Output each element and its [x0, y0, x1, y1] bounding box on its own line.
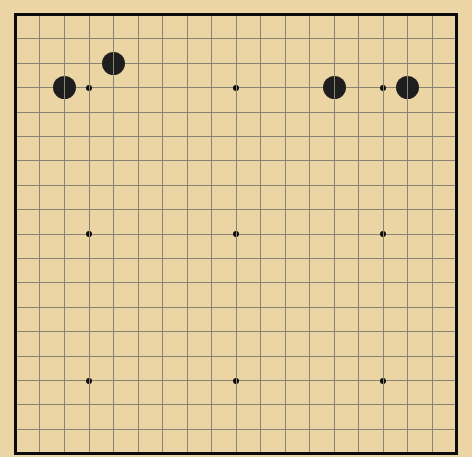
intersection-G3[interactable] — [150, 393, 175, 417]
intersection-K2[interactable] — [224, 417, 249, 441]
intersection-E16[interactable] — [101, 76, 126, 100]
intersection-N2[interactable] — [297, 417, 322, 441]
intersection-S9[interactable] — [420, 246, 445, 270]
intersection-B1[interactable] — [28, 442, 53, 457]
intersection-N7[interactable] — [297, 295, 322, 319]
intersection-M5[interactable] — [273, 344, 298, 368]
intersection-G14[interactable] — [150, 124, 175, 148]
intersection-D1[interactable] — [77, 442, 102, 457]
intersection-D4[interactable] — [77, 368, 102, 392]
intersection-L4[interactable] — [248, 368, 273, 392]
intersection-J2[interactable] — [199, 417, 224, 441]
intersection-O8[interactable] — [322, 271, 347, 295]
intersection-L1[interactable] — [248, 442, 273, 457]
intersection-G15[interactable] — [150, 100, 175, 124]
intersection-A17[interactable] — [3, 51, 28, 75]
intersection-M3[interactable] — [273, 393, 298, 417]
intersection-C4[interactable] — [52, 368, 77, 392]
intersection-N19[interactable] — [297, 2, 322, 26]
intersection-N12[interactable] — [297, 173, 322, 197]
intersection-M10[interactable] — [273, 222, 298, 246]
intersection-L10[interactable] — [248, 222, 273, 246]
intersection-A9[interactable] — [3, 246, 28, 270]
intersection-H15[interactable] — [175, 100, 200, 124]
intersection-L8[interactable] — [248, 271, 273, 295]
intersection-D3[interactable] — [77, 393, 102, 417]
intersection-B13[interactable] — [28, 149, 53, 173]
intersection-A18[interactable] — [3, 27, 28, 51]
intersection-K19[interactable] — [224, 2, 249, 26]
intersection-P8[interactable] — [346, 271, 371, 295]
intersection-B14[interactable] — [28, 124, 53, 148]
intersection-C3[interactable] — [52, 393, 77, 417]
intersection-N9[interactable] — [297, 246, 322, 270]
intersection-T15[interactable] — [445, 100, 470, 124]
intersection-E8[interactable] — [101, 271, 126, 295]
intersection-H17[interactable] — [175, 51, 200, 75]
intersection-S14[interactable] — [420, 124, 445, 148]
intersection-D2[interactable] — [77, 417, 102, 441]
intersection-O14[interactable] — [322, 124, 347, 148]
intersection-T6[interactable] — [445, 320, 470, 344]
intersection-A11[interactable] — [3, 198, 28, 222]
intersection-P16[interactable] — [346, 76, 371, 100]
intersection-H18[interactable] — [175, 27, 200, 51]
intersection-P6[interactable] — [346, 320, 371, 344]
intersection-Q8[interactable] — [371, 271, 396, 295]
intersection-C11[interactable] — [52, 198, 77, 222]
intersection-G8[interactable] — [150, 271, 175, 295]
intersection-D10[interactable] — [77, 222, 102, 246]
intersection-A6[interactable] — [3, 320, 28, 344]
intersection-R11[interactable] — [396, 198, 421, 222]
intersection-E6[interactable] — [101, 320, 126, 344]
intersection-B10[interactable] — [28, 222, 53, 246]
intersection-N13[interactable] — [297, 149, 322, 173]
intersection-R3[interactable] — [396, 393, 421, 417]
intersection-A14[interactable] — [3, 124, 28, 148]
intersection-O6[interactable] — [322, 320, 347, 344]
intersection-B3[interactable] — [28, 393, 53, 417]
intersection-L18[interactable] — [248, 27, 273, 51]
intersection-D8[interactable] — [77, 271, 102, 295]
intersection-G16[interactable] — [150, 76, 175, 100]
intersection-D14[interactable] — [77, 124, 102, 148]
intersection-E7[interactable] — [101, 295, 126, 319]
intersection-R4[interactable] — [396, 368, 421, 392]
intersection-R17[interactable] — [396, 51, 421, 75]
intersection-G5[interactable] — [150, 344, 175, 368]
intersection-T7[interactable] — [445, 295, 470, 319]
intersection-H7[interactable] — [175, 295, 200, 319]
intersection-S8[interactable] — [420, 271, 445, 295]
intersection-G9[interactable] — [150, 246, 175, 270]
intersection-C19[interactable] — [52, 2, 77, 26]
intersection-J10[interactable] — [199, 222, 224, 246]
intersection-K11[interactable] — [224, 198, 249, 222]
intersection-R6[interactable] — [396, 320, 421, 344]
intersection-P14[interactable] — [346, 124, 371, 148]
intersection-C9[interactable] — [52, 246, 77, 270]
intersection-F12[interactable] — [126, 173, 151, 197]
intersection-C1[interactable] — [52, 442, 77, 457]
intersection-H14[interactable] — [175, 124, 200, 148]
intersection-A15[interactable] — [3, 100, 28, 124]
intersection-K18[interactable] — [224, 27, 249, 51]
intersection-R2[interactable] — [396, 417, 421, 441]
intersection-Q11[interactable] — [371, 198, 396, 222]
intersection-K10[interactable] — [224, 222, 249, 246]
intersection-B2[interactable] — [28, 417, 53, 441]
intersection-K8[interactable] — [224, 271, 249, 295]
intersection-T13[interactable] — [445, 149, 470, 173]
intersection-J8[interactable] — [199, 271, 224, 295]
intersection-J9[interactable] — [199, 246, 224, 270]
intersection-A8[interactable] — [3, 271, 28, 295]
intersection-B16[interactable] — [28, 76, 53, 100]
intersection-D19[interactable] — [77, 2, 102, 26]
intersection-M2[interactable] — [273, 417, 298, 441]
intersection-F18[interactable] — [126, 27, 151, 51]
intersection-R5[interactable] — [396, 344, 421, 368]
intersection-Q15[interactable] — [371, 100, 396, 124]
intersection-G18[interactable] — [150, 27, 175, 51]
intersection-G6[interactable] — [150, 320, 175, 344]
intersection-G13[interactable] — [150, 149, 175, 173]
intersection-T3[interactable] — [445, 393, 470, 417]
intersection-Q13[interactable] — [371, 149, 396, 173]
intersection-B5[interactable] — [28, 344, 53, 368]
intersection-M15[interactable] — [273, 100, 298, 124]
intersection-A4[interactable] — [3, 368, 28, 392]
intersection-N4[interactable] — [297, 368, 322, 392]
intersection-J16[interactable] — [199, 76, 224, 100]
intersection-G12[interactable] — [150, 173, 175, 197]
intersection-P2[interactable] — [346, 417, 371, 441]
intersection-H19[interactable] — [175, 2, 200, 26]
intersection-C2[interactable] — [52, 417, 77, 441]
intersection-F9[interactable] — [126, 246, 151, 270]
intersection-F2[interactable] — [126, 417, 151, 441]
intersection-R19[interactable] — [396, 2, 421, 26]
intersection-K5[interactable] — [224, 344, 249, 368]
intersection-J17[interactable] — [199, 51, 224, 75]
intersection-K9[interactable] — [224, 246, 249, 270]
intersection-B17[interactable] — [28, 51, 53, 75]
intersection-E3[interactable] — [101, 393, 126, 417]
intersection-G19[interactable] — [150, 2, 175, 26]
intersection-D11[interactable] — [77, 198, 102, 222]
intersection-H6[interactable] — [175, 320, 200, 344]
intersection-Q16[interactable] — [371, 76, 396, 100]
intersection-J5[interactable] — [199, 344, 224, 368]
intersection-D9[interactable] — [77, 246, 102, 270]
intersection-F11[interactable] — [126, 198, 151, 222]
intersection-Q12[interactable] — [371, 173, 396, 197]
intersection-L5[interactable] — [248, 344, 273, 368]
intersection-T2[interactable] — [445, 417, 470, 441]
intersection-E12[interactable] — [101, 173, 126, 197]
intersection-T8[interactable] — [445, 271, 470, 295]
intersection-F1[interactable] — [126, 442, 151, 457]
intersection-O1[interactable] — [322, 442, 347, 457]
intersection-S19[interactable] — [420, 2, 445, 26]
intersection-P7[interactable] — [346, 295, 371, 319]
intersection-E1[interactable] — [101, 442, 126, 457]
intersection-C12[interactable] — [52, 173, 77, 197]
intersection-J14[interactable] — [199, 124, 224, 148]
intersection-S11[interactable] — [420, 198, 445, 222]
intersection-E5[interactable] — [101, 344, 126, 368]
intersection-J12[interactable] — [199, 173, 224, 197]
intersection-N6[interactable] — [297, 320, 322, 344]
intersection-P15[interactable] — [346, 100, 371, 124]
intersection-C17[interactable] — [52, 51, 77, 75]
intersection-N15[interactable] — [297, 100, 322, 124]
intersection-M7[interactable] — [273, 295, 298, 319]
intersection-E18[interactable] — [101, 27, 126, 51]
intersection-M6[interactable] — [273, 320, 298, 344]
intersection-T12[interactable] — [445, 173, 470, 197]
intersection-M14[interactable] — [273, 124, 298, 148]
intersection-M19[interactable] — [273, 2, 298, 26]
intersection-O15[interactable] — [322, 100, 347, 124]
intersection-P11[interactable] — [346, 198, 371, 222]
intersection-R9[interactable] — [396, 246, 421, 270]
intersection-R1[interactable] — [396, 442, 421, 457]
intersection-B7[interactable] — [28, 295, 53, 319]
intersection-P12[interactable] — [346, 173, 371, 197]
intersection-M13[interactable] — [273, 149, 298, 173]
intersection-M11[interactable] — [273, 198, 298, 222]
intersection-B4[interactable] — [28, 368, 53, 392]
intersection-M1[interactable] — [273, 442, 298, 457]
intersection-L15[interactable] — [248, 100, 273, 124]
intersection-O19[interactable] — [322, 2, 347, 26]
intersection-H11[interactable] — [175, 198, 200, 222]
intersection-F19[interactable] — [126, 2, 151, 26]
intersection-K12[interactable] — [224, 173, 249, 197]
intersection-E4[interactable] — [101, 368, 126, 392]
intersection-A7[interactable] — [3, 295, 28, 319]
intersection-T14[interactable] — [445, 124, 470, 148]
intersection-T18[interactable] — [445, 27, 470, 51]
intersection-G11[interactable] — [150, 198, 175, 222]
intersection-Q3[interactable] — [371, 393, 396, 417]
intersection-K17[interactable] — [224, 51, 249, 75]
intersection-S12[interactable] — [420, 173, 445, 197]
intersection-O18[interactable] — [322, 27, 347, 51]
intersection-G7[interactable] — [150, 295, 175, 319]
intersection-O4[interactable] — [322, 368, 347, 392]
intersection-J6[interactable] — [199, 320, 224, 344]
intersection-G1[interactable] — [150, 442, 175, 457]
intersection-P4[interactable] — [346, 368, 371, 392]
intersection-K4[interactable] — [224, 368, 249, 392]
intersection-F5[interactable] — [126, 344, 151, 368]
intersection-M16[interactable] — [273, 76, 298, 100]
intersection-P13[interactable] — [346, 149, 371, 173]
intersection-G17[interactable] — [150, 51, 175, 75]
intersection-E9[interactable] — [101, 246, 126, 270]
intersection-H2[interactable] — [175, 417, 200, 441]
intersection-C16[interactable] — [52, 76, 77, 100]
intersection-C8[interactable] — [52, 271, 77, 295]
intersection-N17[interactable] — [297, 51, 322, 75]
intersection-H4[interactable] — [175, 368, 200, 392]
intersection-H9[interactable] — [175, 246, 200, 270]
intersection-F14[interactable] — [126, 124, 151, 148]
intersection-S1[interactable] — [420, 442, 445, 457]
intersection-T10[interactable] — [445, 222, 470, 246]
intersection-K14[interactable] — [224, 124, 249, 148]
intersection-B9[interactable] — [28, 246, 53, 270]
intersection-A3[interactable] — [3, 393, 28, 417]
intersection-M4[interactable] — [273, 368, 298, 392]
intersection-B19[interactable] — [28, 2, 53, 26]
intersection-H13[interactable] — [175, 149, 200, 173]
intersection-A19[interactable] — [3, 2, 28, 26]
intersection-J13[interactable] — [199, 149, 224, 173]
intersection-K1[interactable] — [224, 442, 249, 457]
intersection-A5[interactable] — [3, 344, 28, 368]
intersection-L12[interactable] — [248, 173, 273, 197]
intersection-E19[interactable] — [101, 2, 126, 26]
intersection-P1[interactable] — [346, 442, 371, 457]
intersection-T4[interactable] — [445, 368, 470, 392]
intersection-M9[interactable] — [273, 246, 298, 270]
intersection-T9[interactable] — [445, 246, 470, 270]
intersection-Q14[interactable] — [371, 124, 396, 148]
intersection-M12[interactable] — [273, 173, 298, 197]
intersection-J18[interactable] — [199, 27, 224, 51]
intersection-F8[interactable] — [126, 271, 151, 295]
intersection-L11[interactable] — [248, 198, 273, 222]
intersection-J15[interactable] — [199, 100, 224, 124]
intersection-E11[interactable] — [101, 198, 126, 222]
intersection-S10[interactable] — [420, 222, 445, 246]
intersection-R15[interactable] — [396, 100, 421, 124]
intersection-N8[interactable] — [297, 271, 322, 295]
intersection-Q18[interactable] — [371, 27, 396, 51]
intersection-P9[interactable] — [346, 246, 371, 270]
intersection-J3[interactable] — [199, 393, 224, 417]
intersection-D7[interactable] — [77, 295, 102, 319]
intersection-D16[interactable] — [77, 76, 102, 100]
intersection-R13[interactable] — [396, 149, 421, 173]
intersection-P3[interactable] — [346, 393, 371, 417]
intersection-B12[interactable] — [28, 173, 53, 197]
intersection-S2[interactable] — [420, 417, 445, 441]
intersection-Q1[interactable] — [371, 442, 396, 457]
intersection-F13[interactable] — [126, 149, 151, 173]
intersection-Q6[interactable] — [371, 320, 396, 344]
intersection-C6[interactable] — [52, 320, 77, 344]
intersection-R16[interactable] — [396, 76, 421, 100]
intersection-O12[interactable] — [322, 173, 347, 197]
intersection-F3[interactable] — [126, 393, 151, 417]
intersection-H16[interactable] — [175, 76, 200, 100]
intersection-N10[interactable] — [297, 222, 322, 246]
intersection-J19[interactable] — [199, 2, 224, 26]
intersection-O2[interactable] — [322, 417, 347, 441]
intersection-N16[interactable] — [297, 76, 322, 100]
intersection-Q7[interactable] — [371, 295, 396, 319]
intersection-J11[interactable] — [199, 198, 224, 222]
intersection-E15[interactable] — [101, 100, 126, 124]
intersection-O16[interactable] — [322, 76, 347, 100]
intersection-R14[interactable] — [396, 124, 421, 148]
intersection-N11[interactable] — [297, 198, 322, 222]
intersection-Q17[interactable] — [371, 51, 396, 75]
intersection-O13[interactable] — [322, 149, 347, 173]
intersection-L13[interactable] — [248, 149, 273, 173]
intersection-S4[interactable] — [420, 368, 445, 392]
intersection-H12[interactable] — [175, 173, 200, 197]
intersection-L17[interactable] — [248, 51, 273, 75]
intersection-L6[interactable] — [248, 320, 273, 344]
intersection-F10[interactable] — [126, 222, 151, 246]
intersection-D18[interactable] — [77, 27, 102, 51]
intersection-F4[interactable] — [126, 368, 151, 392]
intersection-S3[interactable] — [420, 393, 445, 417]
intersection-D5[interactable] — [77, 344, 102, 368]
intersection-C10[interactable] — [52, 222, 77, 246]
intersection-B18[interactable] — [28, 27, 53, 51]
intersection-A2[interactable] — [3, 417, 28, 441]
intersection-S5[interactable] — [420, 344, 445, 368]
intersection-B11[interactable] — [28, 198, 53, 222]
intersection-L9[interactable] — [248, 246, 273, 270]
intersection-S15[interactable] — [420, 100, 445, 124]
intersection-A12[interactable] — [3, 173, 28, 197]
intersection-B15[interactable] — [28, 100, 53, 124]
intersection-L3[interactable] — [248, 393, 273, 417]
intersection-L14[interactable] — [248, 124, 273, 148]
intersection-K13[interactable] — [224, 149, 249, 173]
intersection-E2[interactable] — [101, 417, 126, 441]
intersection-T1[interactable] — [445, 442, 470, 457]
intersection-L16[interactable] — [248, 76, 273, 100]
intersection-E14[interactable] — [101, 124, 126, 148]
intersection-T11[interactable] — [445, 198, 470, 222]
intersection-C13[interactable] — [52, 149, 77, 173]
intersection-C18[interactable] — [52, 27, 77, 51]
intersection-M18[interactable] — [273, 27, 298, 51]
intersection-P5[interactable] — [346, 344, 371, 368]
intersection-G4[interactable] — [150, 368, 175, 392]
intersection-R12[interactable] — [396, 173, 421, 197]
intersection-R7[interactable] — [396, 295, 421, 319]
intersection-Q19[interactable] — [371, 2, 396, 26]
intersection-T16[interactable] — [445, 76, 470, 100]
intersection-K6[interactable] — [224, 320, 249, 344]
intersection-S13[interactable] — [420, 149, 445, 173]
intersection-D15[interactable] — [77, 100, 102, 124]
intersection-S7[interactable] — [420, 295, 445, 319]
intersection-C7[interactable] — [52, 295, 77, 319]
intersection-G10[interactable] — [150, 222, 175, 246]
intersection-Q4[interactable] — [371, 368, 396, 392]
intersection-N18[interactable] — [297, 27, 322, 51]
intersection-L2[interactable] — [248, 417, 273, 441]
intersection-H10[interactable] — [175, 222, 200, 246]
intersection-D6[interactable] — [77, 320, 102, 344]
intersection-E13[interactable] — [101, 149, 126, 173]
intersection-L7[interactable] — [248, 295, 273, 319]
intersection-O5[interactable] — [322, 344, 347, 368]
intersection-G2[interactable] — [150, 417, 175, 441]
